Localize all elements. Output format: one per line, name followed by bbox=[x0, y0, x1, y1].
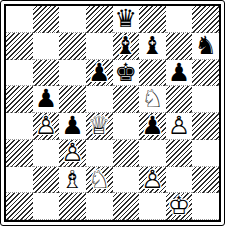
square-a7[interactable] bbox=[6, 33, 33, 60]
square-e1[interactable] bbox=[113, 193, 140, 220]
square-f5[interactable]: ♞♘ bbox=[139, 86, 166, 113]
square-b4[interactable]: ♟♙ bbox=[33, 113, 60, 140]
white-pawn-glyph: ♙ bbox=[166, 113, 193, 140]
square-c8[interactable] bbox=[59, 6, 86, 33]
white-queen-glyph: ♕ bbox=[86, 113, 113, 140]
white-king-glyph: ♔ bbox=[166, 193, 193, 220]
piece-black-bishop[interactable]: ♝♝ bbox=[113, 33, 140, 60]
square-c6[interactable] bbox=[59, 60, 86, 87]
square-b7[interactable] bbox=[33, 33, 60, 60]
chess-diagram: ♛♛♝♝♝♝♞♞♟♟♚♚♟♟♟♟♞♘♟♙♟♟♛♕♟♟♟♙♟♙♝♗♞♘♟♙♚♔ bbox=[0, 0, 225, 226]
piece-black-pawn[interactable]: ♟♟ bbox=[139, 113, 166, 140]
white-knight-glyph: ♘ bbox=[86, 167, 113, 194]
white-pawn-glyph: ♙ bbox=[33, 113, 60, 140]
square-f6[interactable] bbox=[139, 60, 166, 87]
square-e7[interactable]: ♝♝ bbox=[113, 33, 140, 60]
square-f7[interactable]: ♝♝ bbox=[139, 33, 166, 60]
piece-white-knight[interactable]: ♞♘ bbox=[86, 167, 113, 194]
square-f3[interactable] bbox=[139, 140, 166, 167]
square-a6[interactable] bbox=[6, 60, 33, 87]
black-bishop-glyph: ♝ bbox=[113, 33, 140, 60]
piece-white-bishop[interactable]: ♝♗ bbox=[59, 167, 86, 194]
square-d4[interactable]: ♛♕ bbox=[86, 113, 113, 140]
piece-black-knight[interactable]: ♞♞ bbox=[192, 33, 219, 60]
square-f1[interactable] bbox=[139, 193, 166, 220]
black-pawn-glyph: ♟ bbox=[166, 60, 193, 87]
square-d2[interactable]: ♞♘ bbox=[86, 167, 113, 194]
piece-black-pawn[interactable]: ♟♟ bbox=[86, 60, 113, 87]
square-g3[interactable] bbox=[166, 140, 193, 167]
square-e5[interactable] bbox=[113, 86, 140, 113]
piece-white-king[interactable]: ♚♔ bbox=[166, 193, 193, 220]
square-e4[interactable] bbox=[113, 113, 140, 140]
piece-black-pawn[interactable]: ♟♟ bbox=[59, 113, 86, 140]
piece-white-pawn[interactable]: ♟♙ bbox=[166, 113, 193, 140]
black-bishop-glyph: ♝ bbox=[139, 33, 166, 60]
square-h4[interactable] bbox=[192, 113, 219, 140]
square-a8[interactable] bbox=[6, 6, 33, 33]
square-a4[interactable] bbox=[6, 113, 33, 140]
white-bishop-glyph: ♗ bbox=[59, 167, 86, 194]
piece-white-queen[interactable]: ♛♕ bbox=[86, 113, 113, 140]
square-d7[interactable] bbox=[86, 33, 113, 60]
square-d5[interactable] bbox=[86, 86, 113, 113]
piece-white-pawn[interactable]: ♟♙ bbox=[59, 140, 86, 167]
piece-black-queen[interactable]: ♛♛ bbox=[113, 6, 140, 33]
piece-black-bishop[interactable]: ♝♝ bbox=[139, 33, 166, 60]
square-f4[interactable]: ♟♟ bbox=[139, 113, 166, 140]
square-g1[interactable]: ♚♔ bbox=[166, 193, 193, 220]
black-queen-glyph: ♛ bbox=[113, 6, 140, 33]
square-b3[interactable] bbox=[33, 140, 60, 167]
square-a3[interactable] bbox=[6, 140, 33, 167]
piece-black-king[interactable]: ♚♚ bbox=[113, 60, 140, 87]
square-g5[interactable] bbox=[166, 86, 193, 113]
square-g4[interactable]: ♟♙ bbox=[166, 113, 193, 140]
piece-white-knight[interactable]: ♞♘ bbox=[139, 86, 166, 113]
square-c1[interactable] bbox=[59, 193, 86, 220]
square-b8[interactable] bbox=[33, 6, 60, 33]
square-b1[interactable] bbox=[33, 193, 60, 220]
square-g8[interactable] bbox=[166, 6, 193, 33]
square-a2[interactable] bbox=[6, 167, 33, 194]
board-frame: ♛♛♝♝♝♝♞♞♟♟♚♚♟♟♟♟♞♘♟♙♟♟♛♕♟♟♟♙♟♙♝♗♞♘♟♙♚♔ bbox=[4, 4, 221, 222]
square-e6[interactable]: ♚♚ bbox=[113, 60, 140, 87]
square-d6[interactable]: ♟♟ bbox=[86, 60, 113, 87]
square-e3[interactable] bbox=[113, 140, 140, 167]
black-pawn-glyph: ♟ bbox=[59, 113, 86, 140]
square-h8[interactable] bbox=[192, 6, 219, 33]
square-b6[interactable] bbox=[33, 60, 60, 87]
square-c4[interactable]: ♟♟ bbox=[59, 113, 86, 140]
square-g2[interactable] bbox=[166, 167, 193, 194]
white-pawn-glyph: ♙ bbox=[59, 140, 86, 167]
white-pawn-glyph: ♙ bbox=[139, 167, 166, 194]
square-c5[interactable] bbox=[59, 86, 86, 113]
square-g7[interactable] bbox=[166, 33, 193, 60]
piece-white-pawn[interactable]: ♟♙ bbox=[139, 167, 166, 194]
piece-white-pawn[interactable]: ♟♙ bbox=[33, 113, 60, 140]
square-f8[interactable] bbox=[139, 6, 166, 33]
black-pawn-glyph: ♟ bbox=[33, 86, 60, 113]
white-knight-glyph: ♘ bbox=[139, 86, 166, 113]
square-c3[interactable]: ♟♙ bbox=[59, 140, 86, 167]
black-knight-glyph: ♞ bbox=[192, 33, 219, 60]
square-h3[interactable] bbox=[192, 140, 219, 167]
square-d1[interactable] bbox=[86, 193, 113, 220]
square-h5[interactable] bbox=[192, 86, 219, 113]
black-pawn-glyph: ♟ bbox=[139, 113, 166, 140]
square-c7[interactable] bbox=[59, 33, 86, 60]
square-f2[interactable]: ♟♙ bbox=[139, 167, 166, 194]
square-h1[interactable] bbox=[192, 193, 219, 220]
square-a5[interactable] bbox=[6, 86, 33, 113]
square-h6[interactable] bbox=[192, 60, 219, 87]
square-g6[interactable]: ♟♟ bbox=[166, 60, 193, 87]
square-d3[interactable] bbox=[86, 140, 113, 167]
square-b5[interactable]: ♟♟ bbox=[33, 86, 60, 113]
square-c2[interactable]: ♝♗ bbox=[59, 167, 86, 194]
square-e2[interactable] bbox=[113, 167, 140, 194]
piece-black-pawn[interactable]: ♟♟ bbox=[166, 60, 193, 87]
square-d8[interactable] bbox=[86, 6, 113, 33]
square-h2[interactable] bbox=[192, 167, 219, 194]
square-h7[interactable]: ♞♞ bbox=[192, 33, 219, 60]
black-king-glyph: ♚ bbox=[113, 60, 140, 87]
square-a1[interactable] bbox=[6, 193, 33, 220]
square-b2[interactable] bbox=[33, 167, 60, 194]
piece-black-pawn[interactable]: ♟♟ bbox=[33, 86, 60, 113]
chess-board: ♛♛♝♝♝♝♞♞♟♟♚♚♟♟♟♟♞♘♟♙♟♟♛♕♟♟♟♙♟♙♝♗♞♘♟♙♚♔ bbox=[6, 6, 219, 220]
square-e8[interactable]: ♛♛ bbox=[113, 6, 140, 33]
black-pawn-glyph: ♟ bbox=[86, 60, 113, 87]
